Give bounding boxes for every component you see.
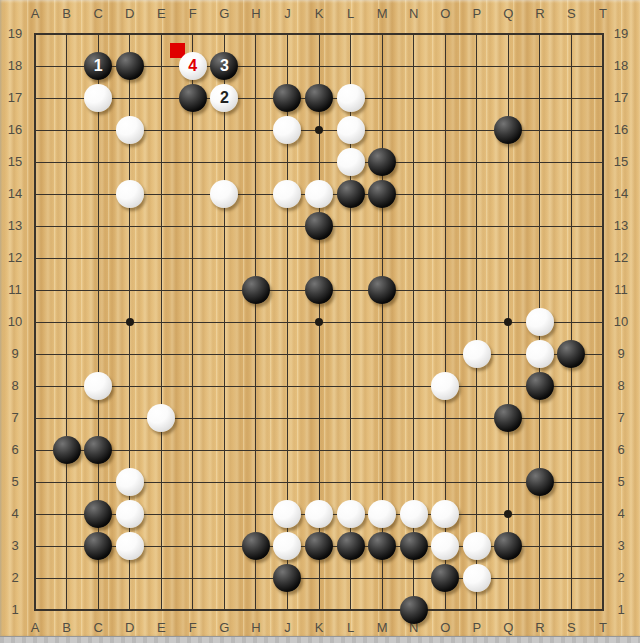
stone-black-F17[interactable]	[179, 84, 207, 112]
stone-black-G18[interactable]: 3	[210, 52, 238, 80]
stone-black-C6[interactable]	[84, 436, 112, 464]
stone-black-C18[interactable]: 1	[84, 52, 112, 80]
coord-label-right-4: 4	[607, 506, 635, 522]
coord-label-bottom-B: B	[57, 620, 77, 636]
stone-white-L4[interactable]	[337, 500, 365, 528]
stone-white-F18[interactable]: 4	[179, 52, 207, 80]
coord-label-bottom-C: C	[88, 620, 108, 636]
coord-label-right-2: 2	[607, 570, 635, 586]
coord-label-bottom-F: F	[183, 620, 203, 636]
stone-black-M3[interactable]	[368, 532, 396, 560]
coord-label-bottom-J: J	[277, 620, 297, 636]
stone-white-L15[interactable]	[337, 148, 365, 176]
stone-white-L17[interactable]	[337, 84, 365, 112]
coord-label-left-10: 10	[1, 314, 29, 330]
coord-label-bottom-K: K	[309, 620, 329, 636]
coord-label-bottom-R: R	[530, 620, 550, 636]
coord-label-right-8: 8	[607, 378, 635, 394]
stone-white-D3[interactable]	[116, 532, 144, 560]
stone-white-P3[interactable]	[463, 532, 491, 560]
horizontal-scrollbar[interactable]	[0, 636, 640, 643]
stone-black-C3[interactable]	[84, 532, 112, 560]
coord-label-bottom-O: O	[435, 620, 455, 636]
star-point-K10	[315, 318, 323, 326]
stone-white-K14[interactable]	[305, 180, 333, 208]
coord-label-right-3: 3	[607, 538, 635, 554]
stone-white-G17[interactable]: 2	[210, 84, 238, 112]
coord-label-right-19: 19	[607, 26, 635, 42]
go-game-window: AABBCCDDEEFFGGHHJJKKLLMMNNOOPPQQRRSSTT19…	[0, 0, 640, 643]
grid-line-horizontal	[35, 578, 603, 579]
stone-white-C17[interactable]	[84, 84, 112, 112]
coord-label-left-19: 19	[1, 26, 29, 42]
stone-white-D16[interactable]	[116, 116, 144, 144]
stone-black-K3[interactable]	[305, 532, 333, 560]
coord-label-bottom-M: M	[372, 620, 392, 636]
stone-black-H3[interactable]	[242, 532, 270, 560]
stone-black-D18[interactable]	[116, 52, 144, 80]
coord-label-right-6: 6	[607, 442, 635, 458]
coord-label-top-T: T	[593, 6, 613, 22]
coord-label-left-9: 9	[1, 346, 29, 362]
coord-label-left-3: 3	[1, 538, 29, 554]
coord-label-left-13: 13	[1, 218, 29, 234]
coord-label-left-1: 1	[1, 602, 29, 618]
coord-label-top-B: B	[57, 6, 77, 22]
coord-label-bottom-A: A	[25, 620, 45, 636]
stone-black-K13[interactable]	[305, 212, 333, 240]
stone-white-D4[interactable]	[116, 500, 144, 528]
coord-label-bottom-T: T	[593, 620, 613, 636]
coord-label-bottom-L: L	[341, 620, 361, 636]
coord-label-bottom-H: H	[246, 620, 266, 636]
coord-label-bottom-S: S	[561, 620, 581, 636]
stone-white-P2[interactable]	[463, 564, 491, 592]
coord-label-top-M: M	[372, 6, 392, 22]
stone-white-R9[interactable]	[526, 340, 554, 368]
move-number-2: 2	[210, 84, 238, 112]
coord-label-left-12: 12	[1, 250, 29, 266]
go-board[interactable]: AABBCCDDEEFFGGHHJJKKLLMMNNOOPPQQRRSSTT19…	[0, 0, 640, 636]
coord-label-top-H: H	[246, 6, 266, 22]
coord-label-left-7: 7	[1, 410, 29, 426]
stone-black-M15[interactable]	[368, 148, 396, 176]
stone-black-B6[interactable]	[53, 436, 81, 464]
coord-label-top-E: E	[151, 6, 171, 22]
coord-label-bottom-D: D	[120, 620, 140, 636]
star-point-K16	[315, 126, 323, 134]
stone-black-N3[interactable]	[400, 532, 428, 560]
grid-line-horizontal	[35, 354, 603, 355]
stone-black-R5[interactable]	[526, 468, 554, 496]
stone-black-L14[interactable]	[337, 180, 365, 208]
stone-black-M11[interactable]	[368, 276, 396, 304]
coord-label-top-S: S	[561, 6, 581, 22]
coord-label-left-5: 5	[1, 474, 29, 490]
grid-line-vertical	[571, 34, 572, 610]
coord-label-top-J: J	[277, 6, 297, 22]
move-number-4: 4	[179, 52, 207, 80]
stone-white-R10[interactable]	[526, 308, 554, 336]
stone-white-M4[interactable]	[368, 500, 396, 528]
stone-black-N1[interactable]	[400, 596, 428, 624]
coord-label-top-G: G	[214, 6, 234, 22]
coord-label-right-9: 9	[607, 346, 635, 362]
coord-label-left-4: 4	[1, 506, 29, 522]
stone-black-L3[interactable]	[337, 532, 365, 560]
coord-label-top-L: L	[341, 6, 361, 22]
stone-white-L16[interactable]	[337, 116, 365, 144]
stone-black-M14[interactable]	[368, 180, 396, 208]
stone-black-K17[interactable]	[305, 84, 333, 112]
coord-label-right-15: 15	[607, 154, 635, 170]
coord-label-top-R: R	[530, 6, 550, 22]
coord-label-top-Q: Q	[498, 6, 518, 22]
coord-label-right-12: 12	[607, 250, 635, 266]
coord-label-top-K: K	[309, 6, 329, 22]
star-point-D10	[126, 318, 134, 326]
coord-label-top-D: D	[120, 6, 140, 22]
stone-black-R8[interactable]	[526, 372, 554, 400]
coord-label-left-15: 15	[1, 154, 29, 170]
stone-white-P9[interactable]	[463, 340, 491, 368]
stone-black-H11[interactable]	[242, 276, 270, 304]
coord-label-bottom-Q: Q	[498, 620, 518, 636]
coord-label-left-11: 11	[1, 282, 29, 298]
coord-label-left-14: 14	[1, 186, 29, 202]
coord-label-top-P: P	[467, 6, 487, 22]
coord-label-left-16: 16	[1, 122, 29, 138]
coord-label-left-17: 17	[1, 90, 29, 106]
stone-white-K4[interactable]	[305, 500, 333, 528]
coord-label-bottom-P: P	[467, 620, 487, 636]
move-number-3: 3	[210, 52, 238, 80]
coord-label-left-18: 18	[1, 58, 29, 74]
stone-black-C4[interactable]	[84, 500, 112, 528]
stone-black-K11[interactable]	[305, 276, 333, 304]
stone-white-D14[interactable]	[116, 180, 144, 208]
stone-white-C8[interactable]	[84, 372, 112, 400]
coord-label-top-C: C	[88, 6, 108, 22]
coord-label-top-F: F	[183, 6, 203, 22]
move-number-1: 1	[84, 52, 112, 80]
coord-label-right-18: 18	[607, 58, 635, 74]
coord-label-right-10: 10	[607, 314, 635, 330]
coord-label-top-O: O	[435, 6, 455, 22]
coord-label-bottom-E: E	[151, 620, 171, 636]
coord-label-right-14: 14	[607, 186, 635, 202]
grid-line-horizontal	[35, 386, 603, 387]
stone-white-N4[interactable]	[400, 500, 428, 528]
coord-label-right-17: 17	[607, 90, 635, 106]
grid-line-horizontal	[35, 450, 603, 451]
coord-label-left-8: 8	[1, 378, 29, 394]
coord-label-left-2: 2	[1, 570, 29, 586]
coord-label-right-5: 5	[607, 474, 635, 490]
grid-line-vertical	[476, 34, 477, 610]
coord-label-right-16: 16	[607, 122, 635, 138]
coord-label-top-A: A	[25, 6, 45, 22]
coord-label-right-1: 1	[607, 602, 635, 618]
coord-label-bottom-G: G	[214, 620, 234, 636]
coord-label-right-7: 7	[607, 410, 635, 426]
stone-white-D5[interactable]	[116, 468, 144, 496]
coord-label-left-6: 6	[1, 442, 29, 458]
coord-label-right-13: 13	[607, 218, 635, 234]
coord-label-right-11: 11	[607, 282, 635, 298]
coord-label-top-N: N	[404, 6, 424, 22]
